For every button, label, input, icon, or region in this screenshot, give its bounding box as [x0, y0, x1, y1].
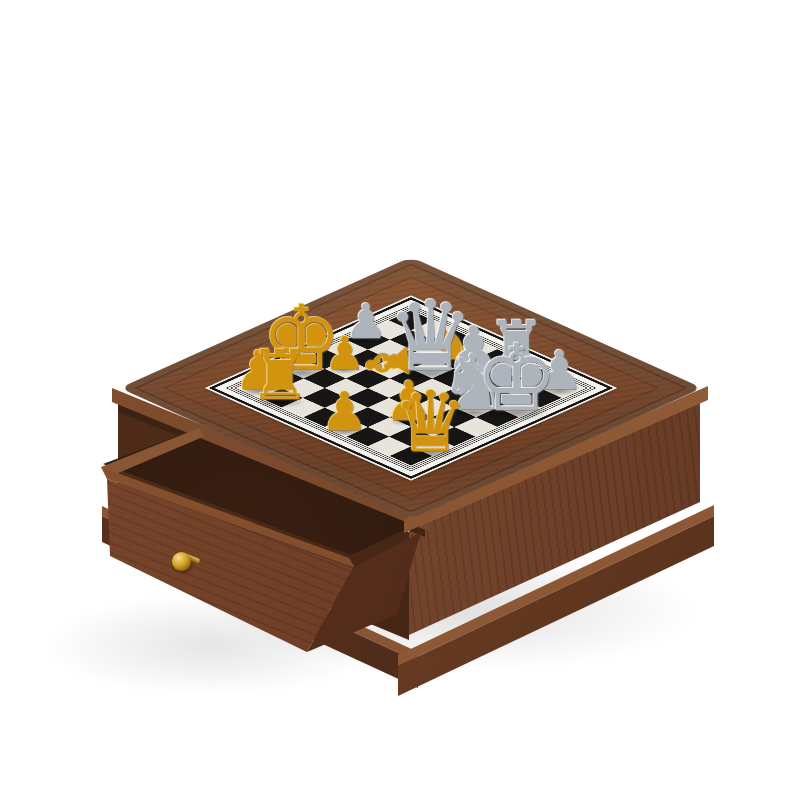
silver-king-piece[interactable]: ♚: [475, 333, 558, 425]
gold-pawn-piece[interactable]: ♟: [321, 385, 369, 438]
drawer-knob[interactable]: [172, 552, 191, 571]
product-photo-scene: ♟♚♜♟♝♞♟♟♛♟♛♟♜♞♚♟: [0, 0, 800, 800]
gold-queen-piece[interactable]: ♛: [393, 380, 469, 464]
gold-rook-piece[interactable]: ♜: [249, 341, 311, 410]
gold-pawn-piece[interactable]: ♟: [324, 331, 365, 376]
